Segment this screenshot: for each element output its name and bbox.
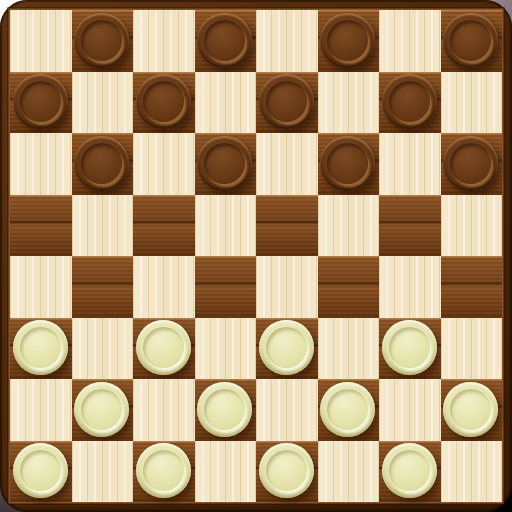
light-piece[interactable] (13, 320, 68, 375)
square-light-r1c7 (379, 10, 441, 72)
square-1[interactable] (72, 10, 134, 72)
dark-piece[interactable] (197, 13, 252, 68)
square-light-r7c7 (379, 379, 441, 441)
dark-piece[interactable] (259, 74, 314, 129)
square-13[interactable] (10, 195, 72, 257)
square-25[interactable] (72, 379, 134, 441)
square-7[interactable] (256, 72, 318, 134)
square-light-r3c7 (379, 133, 441, 195)
dark-piece[interactable] (320, 136, 375, 191)
square-23[interactable] (256, 318, 318, 380)
square-light-r8c4 (195, 441, 257, 503)
square-light-r8c6 (318, 441, 380, 503)
light-piece[interactable] (382, 443, 437, 498)
square-light-r5c3 (133, 256, 195, 318)
dark-piece[interactable] (382, 74, 437, 129)
square-light-r4c6 (318, 195, 380, 257)
square-light-r8c8 (441, 441, 503, 503)
square-32[interactable] (379, 441, 441, 503)
square-light-r2c8 (441, 72, 503, 134)
square-light-r6c4 (195, 318, 257, 380)
square-light-r6c8 (441, 318, 503, 380)
light-piece[interactable] (443, 382, 498, 437)
square-2[interactable] (195, 10, 257, 72)
square-4[interactable] (441, 10, 503, 72)
square-10[interactable] (195, 133, 257, 195)
checkers-board (10, 10, 502, 502)
square-light-r6c2 (72, 318, 134, 380)
board-frame (0, 0, 512, 512)
square-12[interactable] (441, 133, 503, 195)
square-light-r5c7 (379, 256, 441, 318)
square-light-r3c5 (256, 133, 318, 195)
light-piece[interactable] (136, 320, 191, 375)
square-light-r7c3 (133, 379, 195, 441)
square-3[interactable] (318, 10, 380, 72)
dark-piece[interactable] (136, 74, 191, 129)
square-light-r5c5 (256, 256, 318, 318)
light-piece[interactable] (259, 443, 314, 498)
light-piece[interactable] (259, 320, 314, 375)
dark-piece[interactable] (74, 13, 129, 68)
square-18[interactable] (195, 256, 257, 318)
light-piece[interactable] (197, 382, 252, 437)
square-22[interactable] (133, 318, 195, 380)
square-16[interactable] (379, 195, 441, 257)
square-light-r4c4 (195, 195, 257, 257)
square-light-r7c5 (256, 379, 318, 441)
square-27[interactable] (318, 379, 380, 441)
square-light-r3c1 (10, 133, 72, 195)
square-15[interactable] (256, 195, 318, 257)
square-light-r1c3 (133, 10, 195, 72)
square-light-r3c3 (133, 133, 195, 195)
dark-piece[interactable] (443, 136, 498, 191)
square-light-r4c2 (72, 195, 134, 257)
square-24[interactable] (379, 318, 441, 380)
app-background (0, 0, 512, 512)
square-light-r2c6 (318, 72, 380, 134)
square-light-r1c5 (256, 10, 318, 72)
dark-piece[interactable] (320, 13, 375, 68)
light-piece[interactable] (136, 443, 191, 498)
square-14[interactable] (133, 195, 195, 257)
dark-piece[interactable] (443, 13, 498, 68)
square-light-r2c2 (72, 72, 134, 134)
square-light-r6c6 (318, 318, 380, 380)
square-5[interactable] (10, 72, 72, 134)
square-light-r1c1 (10, 10, 72, 72)
square-light-r2c4 (195, 72, 257, 134)
square-6[interactable] (133, 72, 195, 134)
square-28[interactable] (441, 379, 503, 441)
square-31[interactable] (256, 441, 318, 503)
square-9[interactable] (72, 133, 134, 195)
square-21[interactable] (10, 318, 72, 380)
dark-piece[interactable] (74, 136, 129, 191)
light-piece[interactable] (13, 443, 68, 498)
light-piece[interactable] (74, 382, 129, 437)
light-piece[interactable] (320, 382, 375, 437)
square-11[interactable] (318, 133, 380, 195)
square-20[interactable] (441, 256, 503, 318)
square-8[interactable] (379, 72, 441, 134)
dark-piece[interactable] (13, 74, 68, 129)
square-light-r8c2 (72, 441, 134, 503)
square-light-r7c1 (10, 379, 72, 441)
square-light-r4c8 (441, 195, 503, 257)
square-19[interactable] (318, 256, 380, 318)
square-29[interactable] (10, 441, 72, 503)
square-light-r5c1 (10, 256, 72, 318)
square-30[interactable] (133, 441, 195, 503)
dark-piece[interactable] (197, 136, 252, 191)
square-17[interactable] (72, 256, 134, 318)
square-26[interactable] (195, 379, 257, 441)
light-piece[interactable] (382, 320, 437, 375)
